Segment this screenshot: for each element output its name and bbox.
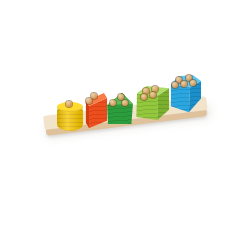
wooden-peg xyxy=(118,94,124,100)
wooden-peg xyxy=(66,101,72,107)
wooden-peg xyxy=(150,92,156,98)
piece-yellow-cylinder xyxy=(56,100,84,132)
wooden-peg xyxy=(110,100,116,106)
wooden-peg xyxy=(86,98,92,104)
piece-blue-pentagon xyxy=(169,75,201,113)
wooden-peg xyxy=(181,81,187,87)
wooden-peg xyxy=(172,82,178,88)
wooden-peg xyxy=(190,80,196,86)
wooden-peg xyxy=(141,94,147,100)
wooden-peg xyxy=(91,93,97,99)
wooden-peg xyxy=(122,100,128,106)
piece-green-triangle xyxy=(105,90,135,124)
piece-lime-square xyxy=(135,83,169,120)
toy-product-photo xyxy=(0,0,236,236)
